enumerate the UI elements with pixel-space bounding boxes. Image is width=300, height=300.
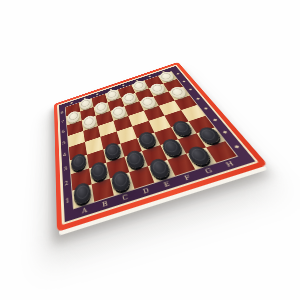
rank-label-1: 1	[65, 197, 70, 205]
photo-background: ABCDEFGH12345678	[0, 0, 300, 300]
diamond-marker	[196, 98, 199, 100]
diamond-marker	[213, 119, 216, 121]
diamond-marker	[234, 145, 238, 148]
diamond-marker	[182, 81, 185, 82]
checkers-board: ABCDEFGH12345678	[54, 62, 268, 232]
